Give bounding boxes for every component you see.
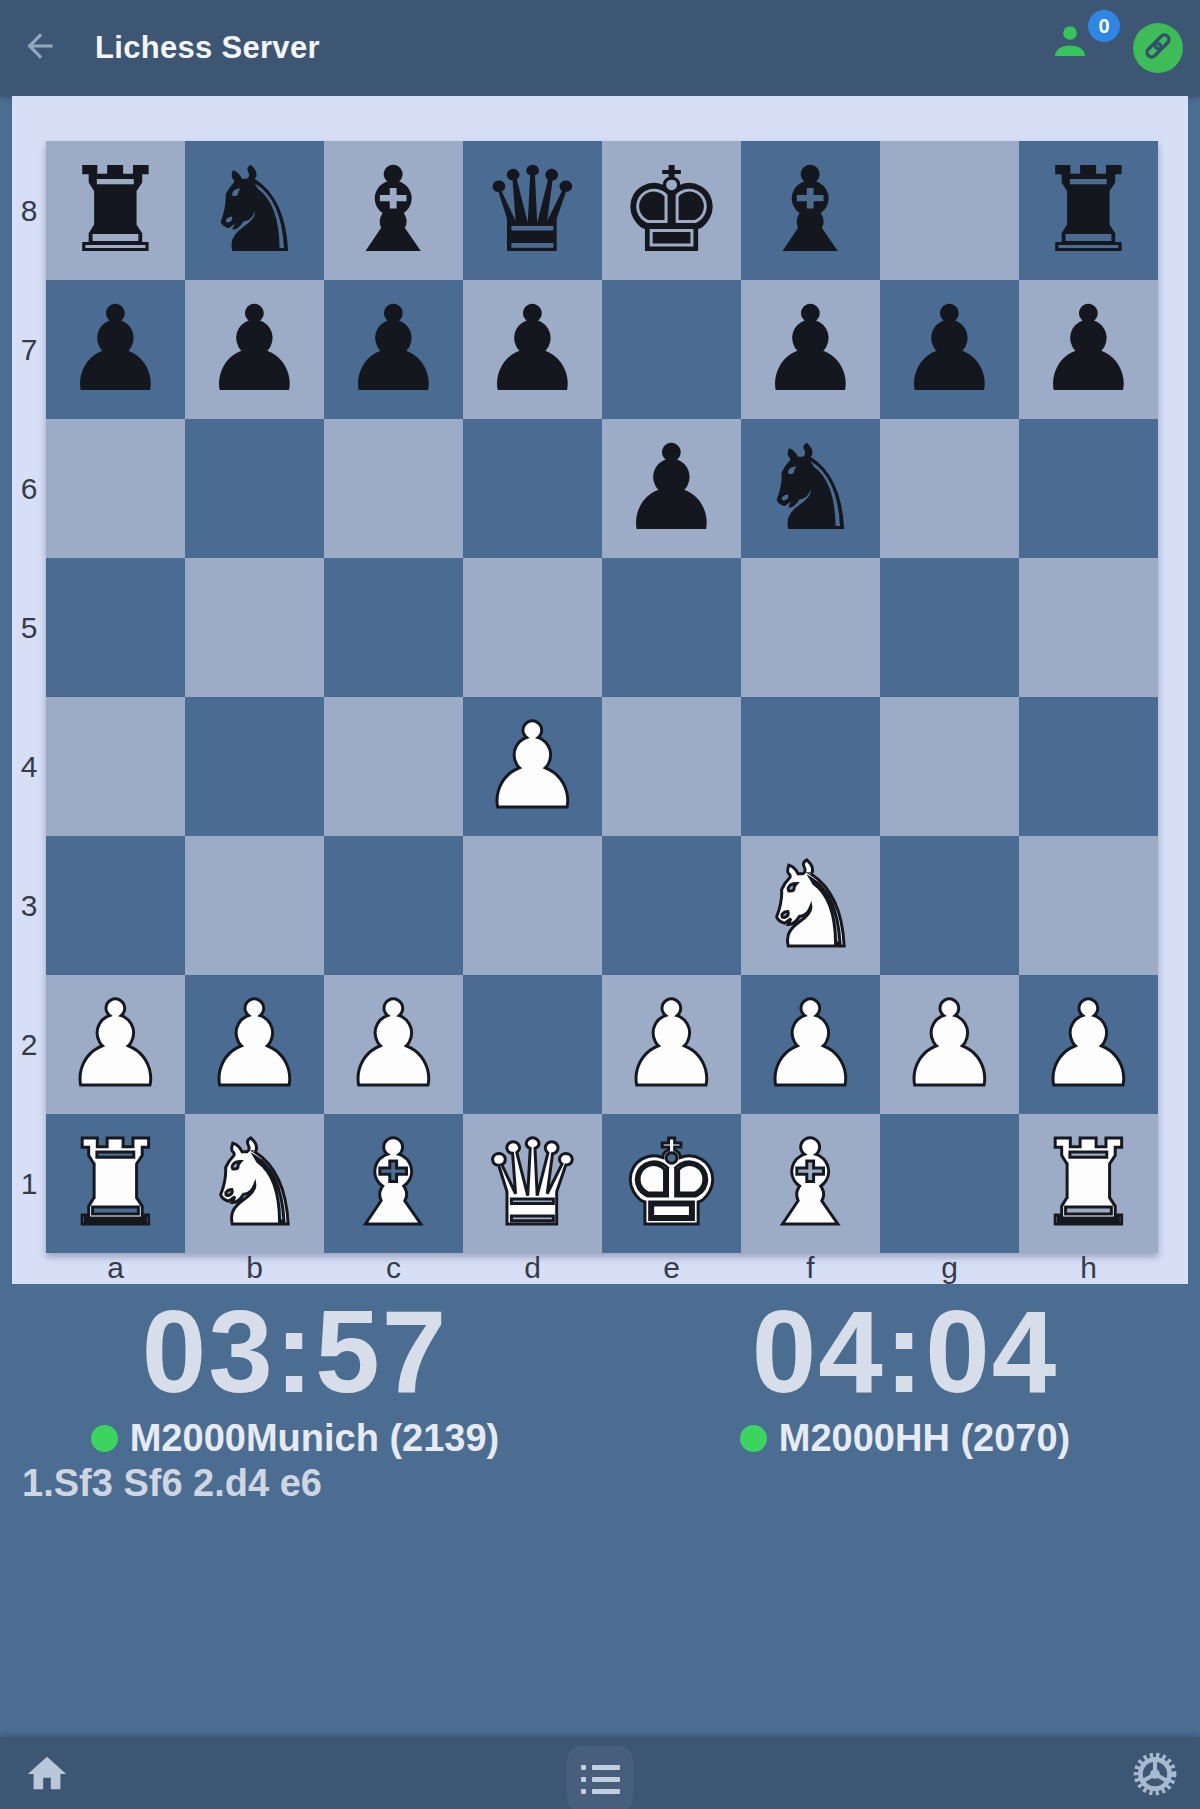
square-g6[interactable] [880,419,1019,558]
black-pawn: ♟ [202,280,308,419]
square-g3[interactable] [880,836,1019,975]
white-pawn: ♟ [202,975,308,1114]
square-f8[interactable]: ♝ [741,141,880,280]
square-b1[interactable]: ♞ [185,1114,324,1253]
square-f7[interactable]: ♟ [741,280,880,419]
black-bishop: ♝ [341,141,447,280]
square-b7[interactable]: ♟ [185,280,324,419]
square-c2[interactable]: ♟ [324,975,463,1114]
top-app-bar: Lichess Server 0 [0,0,1200,96]
file-label-a: a [46,1251,185,1284]
square-h4[interactable] [1019,697,1158,836]
online-status-icon [740,1425,767,1452]
white-pawn: ♟ [897,975,1003,1114]
square-a1[interactable]: ♜ [46,1114,185,1253]
file-label-d: d [463,1251,602,1284]
square-a7[interactable]: ♟ [46,280,185,419]
white-clock: 03:57 [0,1294,590,1410]
white-pawn: ♟ [63,975,169,1114]
white-bishop: ♝ [341,1114,447,1253]
square-a8[interactable]: ♜ [46,141,185,280]
square-a6[interactable] [46,419,185,558]
square-g1[interactable] [880,1114,1019,1253]
file-label-b: b [185,1251,324,1284]
square-c7[interactable]: ♟ [324,280,463,419]
rank-label-7: 7 [12,280,46,419]
black-pawn: ♟ [1036,280,1142,419]
white-bishop: ♝ [758,1114,864,1253]
square-e7[interactable] [602,280,741,419]
square-d1[interactable]: ♛ [463,1114,602,1253]
square-f3[interactable]: ♞ [741,836,880,975]
spectator-count-badge: 0 [1088,10,1120,42]
link-icon [1142,30,1174,66]
rank-label-2: 2 [12,975,46,1114]
file-label-c: c [324,1251,463,1284]
white-player-name: M2000Munich (2139) [130,1417,500,1460]
square-d8[interactable]: ♛ [463,141,602,280]
square-c3[interactable] [324,836,463,975]
square-h6[interactable] [1019,419,1158,558]
black-pawn: ♟ [619,419,725,558]
bottom-toolbar [0,1737,1200,1809]
square-e5[interactable] [602,558,741,697]
person-icon [1048,52,1096,69]
file-label-f: f [741,1251,880,1284]
square-d2[interactable] [463,975,602,1114]
file-labels: abcdefgh [46,1251,1158,1284]
white-rook: ♜ [1036,1114,1142,1253]
white-pawn: ♟ [758,975,864,1114]
file-label-h: h [1019,1251,1158,1284]
black-rook: ♜ [63,141,169,280]
file-label-e: e [602,1251,741,1284]
black-player: M2000HH (2070) [610,1416,1200,1460]
square-f2[interactable]: ♟ [741,975,880,1114]
square-g4[interactable] [880,697,1019,836]
square-e8[interactable]: ♚ [602,141,741,280]
connection-button[interactable] [1133,23,1183,73]
white-knight: ♞ [758,836,864,975]
square-c1[interactable]: ♝ [324,1114,463,1253]
square-f5[interactable] [741,558,880,697]
square-a5[interactable] [46,558,185,697]
white-rook: ♜ [63,1114,169,1253]
home-button[interactable] [24,1751,70,1797]
square-a3[interactable] [46,836,185,975]
square-g8[interactable] [880,141,1019,280]
move-list-icon [581,1765,620,1794]
square-h7[interactable]: ♟ [1019,280,1158,419]
square-c5[interactable] [324,558,463,697]
square-g7[interactable]: ♟ [880,280,1019,419]
black-knight: ♞ [202,141,308,280]
black-knight: ♞ [758,419,864,558]
online-status-icon [91,1425,118,1452]
square-h8[interactable]: ♜ [1019,141,1158,280]
spectators-button[interactable]: 0 [1048,18,1124,80]
square-f6[interactable]: ♞ [741,419,880,558]
square-c8[interactable]: ♝ [324,141,463,280]
rank-label-8: 8 [12,141,46,280]
file-label-g: g [880,1251,1019,1284]
black-pawn: ♟ [341,280,447,419]
black-pawn: ♟ [63,280,169,419]
move-list-text: 1.Sf3 Sf6 2.d4 e6 [22,1462,1182,1505]
square-h2[interactable]: ♟ [1019,975,1158,1114]
black-player-name: M2000HH (2070) [779,1417,1070,1460]
white-king: ♚ [619,1114,725,1253]
square-h5[interactable] [1019,558,1158,697]
white-pawn: ♟ [619,975,725,1114]
square-b5[interactable] [185,558,324,697]
black-pawn: ♟ [758,280,864,419]
rank-labels: 87654321 [12,141,46,1253]
page-title: Lichess Server [95,0,320,96]
square-f4[interactable] [741,697,880,836]
white-pawn: ♟ [341,975,447,1114]
white-player: M2000Munich (2139) [0,1416,590,1460]
rank-label-6: 6 [12,419,46,558]
home-icon [24,1783,70,1800]
square-d5[interactable] [463,558,602,697]
black-pawn: ♟ [480,280,586,419]
square-h1[interactable]: ♜ [1019,1114,1158,1253]
square-e4[interactable] [602,697,741,836]
black-clock: 04:04 [610,1294,1200,1410]
black-rook: ♜ [1036,141,1142,280]
square-e6[interactable]: ♟ [602,419,741,558]
black-queen: ♛ [480,141,586,280]
square-b6[interactable] [185,419,324,558]
square-d3[interactable] [463,836,602,975]
chess-board: ♜♞♝♛♚♝♜♟♟♟♟♟♟♟♟♞♟♞♟♟♟♟♟♟♟♜♞♝♛♚♝♜ [46,141,1158,1253]
rank-label-3: 3 [12,836,46,975]
square-g5[interactable] [880,558,1019,697]
square-c4[interactable] [324,697,463,836]
square-c6[interactable] [324,419,463,558]
square-f1[interactable]: ♝ [741,1114,880,1253]
rank-label-4: 4 [12,697,46,836]
rank-label-1: 1 [12,1114,46,1253]
square-e3[interactable] [602,836,741,975]
square-d4[interactable]: ♟ [463,697,602,836]
rank-label-5: 5 [12,558,46,697]
back-button[interactable] [18,26,62,70]
white-queen: ♛ [480,1114,586,1253]
white-knight: ♞ [202,1114,308,1253]
arrow-left-icon [21,27,59,69]
square-b8[interactable]: ♞ [185,141,324,280]
square-e2[interactable]: ♟ [602,975,741,1114]
square-b4[interactable] [185,697,324,836]
black-king: ♚ [619,141,725,280]
square-b3[interactable] [185,836,324,975]
square-a4[interactable] [46,697,185,836]
settings-gear-icon [1130,1785,1180,1802]
settings-button[interactable] [1130,1749,1180,1799]
square-b2[interactable]: ♟ [185,975,324,1114]
move-list-button[interactable] [567,1746,633,1809]
square-d7[interactable]: ♟ [463,280,602,419]
square-d6[interactable] [463,419,602,558]
board-frame: 87654321 ♜♞♝♛♚♝♜♟♟♟♟♟♟♟♟♞♟♞♟♟♟♟♟♟♟♜♞♝♛♚♝… [12,96,1188,1284]
square-a2[interactable]: ♟ [46,975,185,1114]
white-pawn: ♟ [1036,975,1142,1114]
black-bishop: ♝ [758,141,864,280]
white-pawn: ♟ [480,697,586,836]
square-h3[interactable] [1019,836,1158,975]
square-g2[interactable]: ♟ [880,975,1019,1114]
black-pawn: ♟ [897,280,1003,419]
square-e1[interactable]: ♚ [602,1114,741,1253]
